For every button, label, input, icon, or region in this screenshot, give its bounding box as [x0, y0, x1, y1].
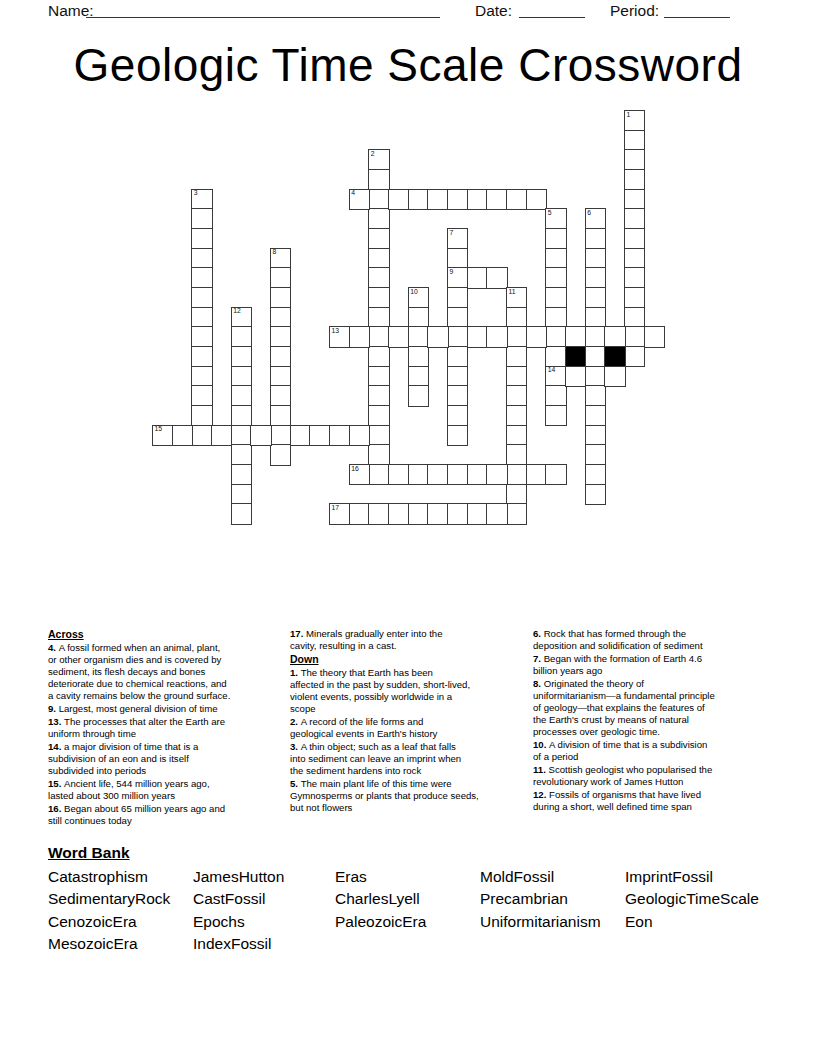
grid-cell[interactable] — [447, 326, 468, 347]
clue-text: The processes that alter the Earth are u… — [48, 716, 225, 739]
grid-cell[interactable] — [585, 267, 606, 288]
grid-cell[interactable] — [231, 444, 252, 465]
grid-cell[interactable] — [545, 405, 566, 426]
clue-column-3: 6. Rock that has formed through the depo… — [533, 628, 775, 814]
period-label: Period: — [610, 2, 659, 20]
grid-cell[interactable] — [231, 405, 252, 426]
grid-cell[interactable] — [506, 405, 527, 426]
grid-cell[interactable] — [270, 425, 291, 446]
grid-cell[interactable] — [585, 228, 606, 249]
grid-cell[interactable] — [211, 425, 232, 446]
grid-cell[interactable] — [506, 425, 527, 446]
across-clue-16: 16. Began about 65 million years ago and… — [48, 803, 286, 827]
grid-cell[interactable]: 9 — [447, 267, 468, 288]
grid-cell[interactable] — [191, 385, 212, 406]
word-bank-word: CharlesLyell — [335, 888, 480, 910]
grid-cell[interactable] — [506, 366, 527, 387]
grid-cell[interactable] — [191, 307, 212, 328]
clue-number-label: 17. — [290, 628, 306, 639]
grid-cell[interactable] — [447, 366, 468, 387]
word-bank-word: CenozoicEra — [48, 911, 193, 933]
black-cell — [565, 346, 586, 367]
clue-text: Rock that has formed through the deposit… — [533, 628, 703, 651]
grid-cell[interactable] — [368, 346, 389, 367]
grid-cell[interactable] — [270, 405, 291, 426]
grid-cell[interactable] — [408, 346, 429, 367]
clue-number-label: 3. — [290, 741, 301, 752]
grid-cell[interactable]: 12 — [231, 307, 252, 328]
grid-cell[interactable] — [624, 346, 645, 367]
grid-cell[interactable] — [270, 326, 291, 347]
black-cell — [604, 346, 625, 367]
clue-number-label: 16. — [48, 803, 64, 814]
grid-cell[interactable] — [545, 464, 566, 485]
grid-cell[interactable] — [290, 425, 311, 446]
grid-cell[interactable]: 5 — [545, 208, 566, 229]
down-clue-2: 2. A record of the life forms and geolog… — [290, 716, 530, 740]
grid-cell[interactable] — [368, 405, 389, 426]
grid-cell[interactable] — [506, 484, 527, 505]
grid-cell[interactable] — [506, 503, 527, 524]
grid-cell[interactable] — [250, 425, 271, 446]
grid-cell[interactable] — [624, 169, 645, 190]
grid-cell[interactable] — [408, 503, 429, 524]
grid-cell[interactable] — [526, 326, 547, 347]
grid-cell[interactable] — [368, 228, 389, 249]
clue-text: A division of time that is a subdivision… — [533, 739, 707, 762]
grid-cell[interactable]: 1 — [624, 110, 645, 131]
grid-cell[interactable] — [585, 287, 606, 308]
grid-cell[interactable] — [604, 366, 625, 387]
grid-cell[interactable] — [486, 503, 507, 524]
grid-cell[interactable] — [467, 189, 488, 210]
clue-number: 12 — [233, 308, 241, 315]
grid-cell[interactable] — [506, 189, 527, 210]
grid-cell[interactable] — [368, 503, 389, 524]
grid-cell[interactable]: 3 — [191, 189, 212, 210]
grid-cell[interactable] — [231, 385, 252, 406]
grid-cell[interactable] — [526, 189, 547, 210]
grid-cell[interactable] — [368, 208, 389, 229]
clue-text: A thin object; such as a leaf that falls… — [290, 741, 461, 776]
grid-cell[interactable] — [309, 425, 330, 446]
clue-number-label: 12. — [533, 789, 549, 800]
word-bank-word: Eon — [625, 911, 788, 933]
grid-cell[interactable] — [526, 464, 547, 485]
grid-cell[interactable] — [368, 267, 389, 288]
grid-cell[interactable] — [545, 287, 566, 308]
grid-cell[interactable] — [506, 464, 527, 485]
grid-cell[interactable] — [408, 189, 429, 210]
grid-cell[interactable] — [624, 307, 645, 328]
grid-cell[interactable] — [545, 385, 566, 406]
grid-cell[interactable] — [191, 248, 212, 269]
grid-cell[interactable] — [368, 425, 389, 446]
grid-cell[interactable] — [231, 464, 252, 485]
grid-cell[interactable] — [427, 326, 448, 347]
grid-cell[interactable] — [585, 385, 606, 406]
clue-text: A record of the life forms and geologica… — [290, 716, 437, 739]
grid-cell[interactable] — [644, 326, 665, 347]
grid-cell[interactable] — [585, 326, 606, 347]
grid-cell[interactable] — [368, 248, 389, 269]
clue-number-label: 15. — [48, 778, 64, 789]
grid-cell[interactable] — [447, 425, 468, 446]
grid-cell[interactable] — [545, 346, 566, 367]
grid-cell[interactable] — [447, 346, 468, 367]
word-bank-word: Precambrian — [480, 888, 625, 910]
grid-cell[interactable] — [467, 503, 488, 524]
grid-cell[interactable] — [191, 287, 212, 308]
down-clue-6: 6. Rock that has formed through the depo… — [533, 628, 775, 652]
grid-cell[interactable] — [585, 425, 606, 446]
grid-cell[interactable] — [368, 464, 389, 485]
grid-cell[interactable] — [624, 326, 645, 347]
grid-cell[interactable] — [191, 208, 212, 229]
grid-cell[interactable] — [349, 326, 370, 347]
grid-cell[interactable] — [408, 385, 429, 406]
across-clue-13: 13. The processes that alter the Earth a… — [48, 716, 286, 740]
grid-cell[interactable] — [447, 287, 468, 308]
grid-cell[interactable] — [545, 228, 566, 249]
grid-cell[interactable] — [427, 464, 448, 485]
grid-cell[interactable] — [408, 326, 429, 347]
clue-number: 5 — [548, 210, 552, 217]
page-title: Geologic Time Scale Crossword — [0, 38, 816, 92]
clue-number-label: 6. — [533, 628, 544, 639]
grid-cell[interactable] — [467, 464, 488, 485]
word-bank-word: MesozoicEra — [48, 933, 193, 955]
worksheet-page: Name: Date: Period: Geologic Time Scale … — [0, 0, 816, 1056]
grid-cell[interactable]: 6 — [585, 208, 606, 229]
grid-cell[interactable] — [408, 307, 429, 328]
grid-cell[interactable] — [408, 366, 429, 387]
across-clue-15: 15. Ancient life, 544 million years ago,… — [48, 778, 286, 802]
grid-cell[interactable] — [624, 228, 645, 249]
grid-cell[interactable] — [467, 326, 488, 347]
grid-cell[interactable] — [191, 405, 212, 426]
clue-number: 8 — [273, 249, 277, 256]
clue-number-label: 2. — [290, 716, 301, 727]
grid-cell[interactable] — [270, 366, 291, 387]
grid-cell[interactable] — [349, 425, 370, 446]
grid-cell[interactable] — [506, 346, 527, 367]
clue-number: 10 — [410, 289, 418, 296]
down-clue-8: 8. Originated the theory of uniformitari… — [533, 678, 775, 738]
grid-cell[interactable] — [585, 464, 606, 485]
grid-cell[interactable] — [545, 248, 566, 269]
down-heading: Down — [290, 653, 530, 665]
grid-cell[interactable] — [447, 307, 468, 328]
grid-cell[interactable] — [368, 189, 389, 210]
grid-cell[interactable] — [191, 346, 212, 367]
word-bank-list: CatastrophismJamesHuttonErasMoldFossilIm… — [48, 866, 788, 956]
grid-cell[interactable] — [427, 503, 448, 524]
grid-cell[interactable] — [486, 326, 507, 347]
grid-cell[interactable] — [585, 307, 606, 328]
word-bank-word: Eras — [335, 866, 480, 888]
grid-cell[interactable] — [231, 503, 252, 524]
grid-cell[interactable] — [447, 464, 468, 485]
clue-number: 9 — [450, 269, 454, 276]
grid-cell[interactable] — [388, 326, 409, 347]
down-clue-3: 3. A thin object; such as a leaf that fa… — [290, 741, 530, 777]
clue-number: 14 — [548, 367, 556, 374]
clue-number-label: 7. — [533, 653, 544, 664]
grid-cell[interactable]: 11 — [506, 287, 527, 308]
grid-cell[interactable] — [506, 385, 527, 406]
clue-text: Ancient life, 544 million years ago, las… — [48, 778, 210, 801]
clue-number-label: 11. — [533, 764, 548, 775]
grid-cell[interactable] — [447, 385, 468, 406]
word-bank-word: IndexFossil — [193, 933, 335, 955]
word-bank-word: JamesHutton — [193, 866, 335, 888]
grid-cell[interactable]: 4 — [349, 189, 370, 210]
grid-cell[interactable]: 13 — [329, 326, 350, 347]
grid-cell[interactable] — [624, 248, 645, 269]
grid-cell[interactable] — [565, 326, 586, 347]
clue-text: a major division of time that is a subdi… — [48, 741, 198, 776]
clue-number-label: 5. — [290, 778, 301, 789]
word-bank-word: Epochs — [193, 911, 335, 933]
clue-number: 3 — [194, 190, 198, 197]
grid-cell[interactable] — [231, 326, 252, 347]
across-clue-17: 17. Minerals gradually enter into the ca… — [290, 628, 530, 652]
word-bank-word: MoldFossil — [480, 866, 625, 888]
word-bank-word: PaleozoicEra — [335, 911, 480, 933]
crossword-grid: 1234514679810111213151617 — [152, 110, 665, 525]
grid-cell[interactable]: 14 — [545, 366, 566, 387]
grid-cell[interactable] — [545, 267, 566, 288]
grid-cell[interactable]: 15 — [152, 425, 173, 446]
grid-cell[interactable] — [231, 484, 252, 505]
clue-number: 1 — [627, 112, 631, 119]
grid-cell[interactable] — [388, 464, 409, 485]
clue-column-1: Across4. A fossil formed when an animal,… — [48, 628, 286, 828]
clue-number: 7 — [450, 230, 454, 237]
clue-text: Began with the formation of Earth 4.6 bi… — [533, 653, 702, 676]
grid-cell[interactable] — [270, 307, 291, 328]
grid-cell[interactable]: 2 — [368, 149, 389, 170]
grid-cell[interactable] — [585, 405, 606, 426]
word-bank-word: CastFossil — [193, 888, 335, 910]
word-bank-word: ImprintFossil — [625, 866, 788, 888]
grid-cell[interactable] — [447, 405, 468, 426]
grid-cell[interactable] — [231, 346, 252, 367]
grid-cell[interactable] — [270, 267, 291, 288]
date-label: Date: — [475, 2, 512, 20]
grid-cell[interactable] — [624, 208, 645, 229]
grid-cell[interactable] — [585, 444, 606, 465]
grid-cell[interactable] — [624, 149, 645, 170]
clue-number-label: 4. — [48, 642, 59, 653]
grid-cell[interactable] — [565, 366, 586, 387]
clue-number-label: 8. — [533, 678, 544, 689]
word-bank-word: GeologicTimeScale — [625, 888, 788, 910]
grid-cell[interactable] — [191, 267, 212, 288]
grid-cell[interactable] — [585, 484, 606, 505]
grid-cell[interactable] — [486, 189, 507, 210]
grid-cell[interactable] — [191, 425, 212, 446]
clue-text: The main plant life of this time were Gy… — [290, 778, 479, 813]
grid-cell[interactable] — [191, 326, 212, 347]
clue-number: 4 — [351, 190, 355, 197]
down-clue-5: 5. The main plant life of this time were… — [290, 778, 530, 814]
clue-text: Originated the theory of uniformitariani… — [533, 678, 715, 737]
grid-cell[interactable] — [368, 444, 389, 465]
grid-cell[interactable] — [624, 267, 645, 288]
clue-text: A fossil formed when an animal, plant, o… — [48, 642, 230, 701]
grid-cell[interactable]: 16 — [349, 464, 370, 485]
grid-cell[interactable] — [349, 503, 370, 524]
clue-number: 13 — [332, 328, 340, 335]
clue-number-label: 14. — [48, 741, 64, 752]
grid-cell[interactable] — [447, 503, 468, 524]
grid-cell[interactable] — [447, 248, 468, 269]
grid-cell[interactable]: 17 — [329, 503, 350, 524]
grid-cell[interactable] — [270, 444, 291, 465]
grid-cell[interactable] — [545, 307, 566, 328]
clue-column-2: 17. Minerals gradually enter into the ca… — [290, 628, 530, 815]
across-clue-4: 4. A fossil formed when an animal, plant… — [48, 642, 286, 702]
grid-cell[interactable]: 10 — [408, 287, 429, 308]
grid-cell[interactable] — [486, 267, 507, 288]
clue-text: Minerals gradually enter into the cavity… — [290, 628, 443, 651]
down-clue-10: 10. A division of time that is a subdivi… — [533, 739, 775, 763]
grid-cell[interactable] — [447, 189, 468, 210]
clue-text: Largest, most general division of time — [59, 703, 218, 714]
clue-number: 17 — [332, 505, 340, 512]
grid-cell[interactable] — [270, 346, 291, 367]
grid-cell[interactable] — [172, 425, 193, 446]
word-bank-word: Uniformitarianism — [480, 911, 625, 933]
clue-number: 2 — [371, 151, 375, 158]
grid-cell[interactable] — [329, 425, 350, 446]
grid-cell[interactable] — [624, 189, 645, 210]
down-clue-1: 1. The theory that Earth has been affect… — [290, 667, 530, 715]
grid-cell[interactable] — [368, 385, 389, 406]
period-blank-line[interactable] — [664, 3, 730, 18]
clue-text: Fossils of organisms that have lived dur… — [533, 789, 701, 812]
grid-cell[interactable] — [585, 366, 606, 387]
grid-cell[interactable] — [585, 248, 606, 269]
across-clue-14: 14. a major division of time that is a s… — [48, 741, 286, 777]
grid-cell[interactable] — [388, 503, 409, 524]
word-bank-heading: Word Bank — [48, 844, 130, 862]
grid-cell[interactable] — [191, 228, 212, 249]
word-bank-word: Catastrophism — [48, 866, 193, 888]
grid-cell[interactable] — [427, 189, 448, 210]
grid-cell[interactable] — [368, 326, 389, 347]
grid-cell[interactable] — [231, 366, 252, 387]
clue-text: Scottish geologist who popularised the r… — [533, 764, 712, 787]
date-blank-line[interactable] — [519, 3, 585, 18]
clue-number: 16 — [351, 466, 359, 473]
grid-cell[interactable] — [368, 169, 389, 190]
clue-number: 15 — [155, 426, 163, 433]
grid-cell[interactable] — [388, 189, 409, 210]
grid-cell[interactable] — [486, 464, 507, 485]
word-bank-word: SedimentaryRock — [48, 888, 193, 910]
name-blank-line[interactable] — [86, 3, 440, 18]
grid-cell[interactable] — [270, 287, 291, 308]
down-clue-12: 12. Fossils of organisms that have lived… — [533, 789, 775, 813]
clue-text: The theory that Earth has been affected … — [290, 667, 470, 714]
across-clue-9: 9. Largest, most general division of tim… — [48, 703, 286, 715]
grid-cell[interactable] — [408, 464, 429, 485]
clue-number-label: 13. — [48, 716, 64, 727]
grid-cell[interactable] — [231, 425, 252, 446]
grid-cell[interactable]: 8 — [270, 248, 291, 269]
grid-cell[interactable] — [368, 287, 389, 308]
grid-cell[interactable] — [368, 307, 389, 328]
down-clue-11: 11. Scottish geologist who popularised t… — [533, 764, 775, 788]
down-clue-7: 7. Began with the formation of Earth 4.6… — [533, 653, 775, 677]
clue-text: Began about 65 million years ago and sti… — [48, 803, 225, 826]
clue-number: 6 — [587, 210, 591, 217]
clue-number-label: 10. — [533, 739, 549, 750]
grid-cell[interactable] — [467, 267, 488, 288]
grid-cell[interactable] — [191, 366, 212, 387]
across-heading: Across — [48, 628, 286, 640]
grid-cell[interactable] — [624, 287, 645, 308]
grid-cell[interactable] — [545, 326, 566, 347]
grid-cell[interactable]: 7 — [447, 228, 468, 249]
grid-cell[interactable] — [624, 130, 645, 151]
clue-number-label: 1. — [290, 667, 301, 678]
grid-cell[interactable] — [270, 385, 291, 406]
grid-cell[interactable] — [585, 346, 606, 367]
grid-cell[interactable] — [506, 444, 527, 465]
clue-number: 11 — [509, 289, 516, 296]
grid-cell[interactable] — [506, 326, 527, 347]
clue-number-label: 9. — [48, 703, 59, 714]
grid-cell[interactable] — [368, 366, 389, 387]
grid-cell[interactable] — [604, 326, 625, 347]
grid-cell[interactable] — [506, 307, 527, 328]
